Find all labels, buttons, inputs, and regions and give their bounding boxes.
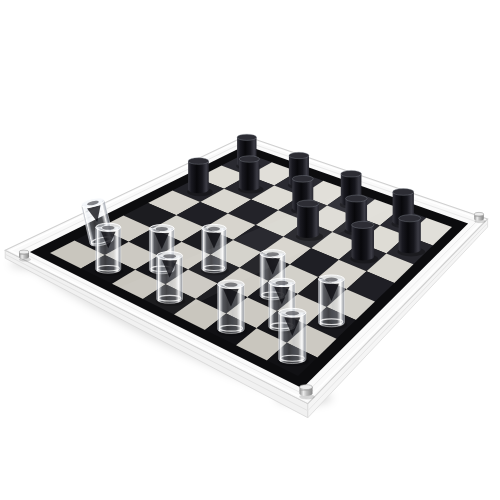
acrylic-checkers-product-photo: [0, 0, 500, 500]
standoff-screw: [299, 385, 315, 400]
checker-clear: [201, 224, 229, 275]
checkers-board-scene: [0, 0, 500, 500]
checker-clear: [156, 252, 186, 307]
checker-clear: [318, 275, 348, 330]
checker-clear: [278, 308, 309, 366]
checker-clear: [217, 280, 247, 336]
checker-clear: [95, 223, 124, 276]
